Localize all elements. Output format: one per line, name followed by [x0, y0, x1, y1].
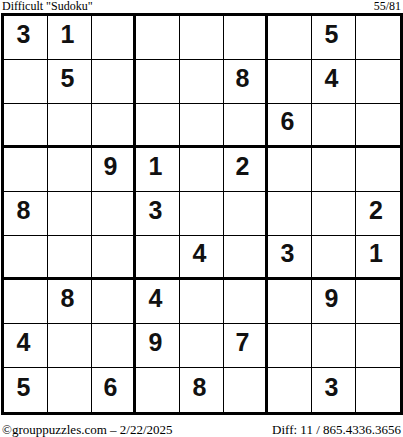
cell-r8c3 — [92, 324, 136, 368]
cell-r3c2 — [48, 104, 92, 148]
cell-r9c3: 6 — [92, 368, 136, 412]
cell-r8c7 — [268, 324, 312, 368]
given-digit: 9 — [325, 286, 339, 311]
given-digit: 9 — [104, 154, 118, 179]
cell-r3c3 — [92, 104, 136, 148]
cell-r2c6: 8 — [224, 60, 268, 104]
cell-r4c5 — [180, 148, 224, 192]
cell-r1c6 — [224, 16, 268, 60]
given-digit: 5 — [61, 66, 75, 91]
cell-r1c1: 3 — [4, 16, 48, 60]
cell-r9c2 — [48, 368, 92, 412]
cell-r5c4: 3 — [136, 192, 180, 236]
cell-r9c6 — [224, 368, 268, 412]
cell-r8c6: 7 — [224, 324, 268, 368]
cell-r8c5 — [180, 324, 224, 368]
cell-r4c1 — [4, 148, 48, 192]
cell-r5c8 — [312, 192, 356, 236]
given-digit: 3 — [17, 22, 31, 47]
cell-r4c3: 9 — [92, 148, 136, 192]
cell-r4c7 — [268, 148, 312, 192]
cell-r7c3 — [92, 280, 136, 324]
cell-r5c2 — [48, 192, 92, 236]
given-digit: 2 — [236, 154, 250, 179]
cell-r7c7 — [268, 280, 312, 324]
given-digit: 1 — [149, 154, 163, 179]
cell-r1c8: 5 — [312, 16, 356, 60]
cell-r2c1 — [4, 60, 48, 104]
cell-r3c9 — [356, 104, 400, 148]
given-digit: 8 — [61, 286, 75, 311]
given-digit: 6 — [281, 109, 295, 134]
given-digit: 2 — [369, 198, 383, 223]
sudoku-board: 31558469128324318494975683 — [1, 13, 403, 415]
cell-r1c7 — [268, 16, 312, 60]
cell-r5c1: 8 — [4, 192, 48, 236]
puzzle-title: Difficult "Sudoku" — [2, 0, 93, 13]
cell-r9c8: 3 — [312, 368, 356, 412]
cell-r2c5 — [180, 60, 224, 104]
cell-r6c8 — [312, 236, 356, 280]
given-digit: 9 — [149, 330, 163, 355]
cell-r3c6 — [224, 104, 268, 148]
cell-r8c8 — [312, 324, 356, 368]
cell-r6c3 — [92, 236, 136, 280]
cell-r7c6 — [224, 280, 268, 324]
cell-r7c9 — [356, 280, 400, 324]
cell-r4c9 — [356, 148, 400, 192]
cell-r8c1: 4 — [4, 324, 48, 368]
given-digit: 4 — [17, 330, 31, 355]
cell-r9c5: 8 — [180, 368, 224, 412]
given-digit: 8 — [193, 375, 207, 400]
cell-r5c3 — [92, 192, 136, 236]
cell-r2c9 — [356, 60, 400, 104]
given-digit: 4 — [149, 286, 163, 311]
cell-r2c3 — [92, 60, 136, 104]
given-digit: 4 — [193, 241, 207, 266]
given-digit: 4 — [325, 66, 339, 91]
given-digit: 5 — [17, 375, 31, 400]
cell-r1c5 — [180, 16, 224, 60]
cell-r2c8: 4 — [312, 60, 356, 104]
cell-r1c4 — [136, 16, 180, 60]
cell-r3c1 — [4, 104, 48, 148]
cell-r7c4: 4 — [136, 280, 180, 324]
cell-r2c7 — [268, 60, 312, 104]
cell-r8c9 — [356, 324, 400, 368]
cell-r5c6 — [224, 192, 268, 236]
cell-r7c1 — [4, 280, 48, 324]
cell-r3c5 — [180, 104, 224, 148]
cell-r3c7: 6 — [268, 104, 312, 148]
cell-r7c2: 8 — [48, 280, 92, 324]
cell-r6c6 — [224, 236, 268, 280]
puzzle-page: Difficult "Sudoku" 55/81 315584691283243… — [0, 0, 403, 437]
cell-r2c2: 5 — [48, 60, 92, 104]
cell-r4c4: 1 — [136, 148, 180, 192]
cell-r6c9: 1 — [356, 236, 400, 280]
given-digit: 7 — [236, 330, 250, 355]
cell-r1c2: 1 — [48, 16, 92, 60]
given-digit: 6 — [104, 375, 118, 400]
cell-r9c4 — [136, 368, 180, 412]
cell-r6c5: 4 — [180, 236, 224, 280]
progress-counter: 55/81 — [374, 0, 401, 13]
given-digit: 3 — [325, 375, 339, 400]
cell-r5c9: 2 — [356, 192, 400, 236]
given-digit: 8 — [17, 198, 31, 223]
cell-r6c4 — [136, 236, 180, 280]
cell-r4c8 — [312, 148, 356, 192]
cell-r1c3 — [92, 16, 136, 60]
cell-r3c8 — [312, 104, 356, 148]
given-digit: 3 — [281, 241, 295, 266]
cell-r8c4: 9 — [136, 324, 180, 368]
cell-r7c5 — [180, 280, 224, 324]
cell-r4c2 — [48, 148, 92, 192]
cell-r9c9 — [356, 368, 400, 412]
given-digit: 8 — [236, 66, 250, 91]
cell-r9c7 — [268, 368, 312, 412]
difficulty-text: Diff: 11 / 865.4336.3656 — [272, 422, 401, 437]
cell-r4c6: 2 — [224, 148, 268, 192]
given-digit: 3 — [149, 198, 163, 223]
cell-r6c2 — [48, 236, 92, 280]
footer: ©grouppuzzles.com – 2/22/2025 Diff: 11 /… — [1, 422, 402, 437]
cell-r9c1: 5 — [4, 368, 48, 412]
given-digit: 5 — [325, 22, 339, 47]
copyright-text: ©grouppuzzles.com – 2/22/2025 — [2, 422, 173, 437]
given-digit: 1 — [369, 241, 383, 266]
cell-r2c4 — [136, 60, 180, 104]
cell-r5c5 — [180, 192, 224, 236]
header: Difficult "Sudoku" 55/81 — [1, 0, 402, 13]
cell-r7c8: 9 — [312, 280, 356, 324]
given-digit: 1 — [61, 22, 75, 47]
cell-r6c1 — [4, 236, 48, 280]
cell-r6c7: 3 — [268, 236, 312, 280]
cell-r5c7 — [268, 192, 312, 236]
cell-r1c9 — [356, 16, 400, 60]
cell-r8c2 — [48, 324, 92, 368]
cell-r3c4 — [136, 104, 180, 148]
